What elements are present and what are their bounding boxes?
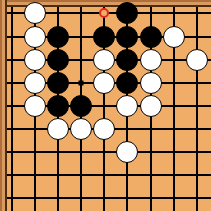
stones-layer: [0, 0, 211, 211]
white-stone: [186, 49, 208, 71]
white-stone: [24, 2, 46, 24]
white-stone: [24, 26, 46, 48]
go-board[interactable]: [0, 0, 211, 211]
white-stone: [24, 49, 46, 71]
white-stone: [140, 49, 162, 71]
white-stone: [140, 95, 162, 117]
white-stone: [140, 72, 162, 94]
white-stone: [93, 118, 115, 140]
black-stone: [93, 26, 115, 48]
black-stone: [70, 95, 92, 117]
white-stone: [163, 26, 185, 48]
black-stone: [47, 72, 69, 94]
black-stone: [140, 26, 162, 48]
black-stone: [116, 49, 138, 71]
move-marker-circle: [99, 8, 109, 18]
black-stone: [116, 2, 138, 24]
black-stone: [116, 72, 138, 94]
black-stone: [47, 95, 69, 117]
black-stone: [47, 26, 69, 48]
white-stone: [24, 95, 46, 117]
star-point: [79, 80, 84, 85]
white-stone: [93, 72, 115, 94]
white-stone: [70, 118, 92, 140]
white-stone: [116, 95, 138, 117]
white-stone: [24, 72, 46, 94]
white-stone: [47, 118, 69, 140]
black-stone: [116, 26, 138, 48]
white-stone: [93, 49, 115, 71]
white-stone: [116, 141, 138, 163]
black-stone: [47, 49, 69, 71]
